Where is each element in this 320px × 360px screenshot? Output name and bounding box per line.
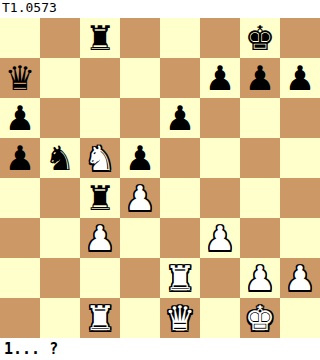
white-pawn[interactable]: ♟: [125, 178, 155, 218]
square-d8[interactable]: [120, 18, 160, 58]
square-f3[interactable]: ♟: [200, 218, 240, 258]
square-b7[interactable]: [40, 58, 80, 98]
square-g8[interactable]: ♚: [240, 18, 280, 58]
white-pawn[interactable]: ♟: [205, 218, 235, 258]
square-c5[interactable]: ♞: [80, 138, 120, 178]
square-h6[interactable]: [280, 98, 320, 138]
black-knight[interactable]: ♞: [45, 138, 75, 178]
square-g5[interactable]: [240, 138, 280, 178]
square-a5[interactable]: ♟: [0, 138, 40, 178]
black-pawn[interactable]: ♟: [245, 58, 275, 98]
square-f6[interactable]: [200, 98, 240, 138]
square-b8[interactable]: [40, 18, 80, 58]
square-f1[interactable]: [200, 298, 240, 338]
square-d3[interactable]: [120, 218, 160, 258]
square-e6[interactable]: ♟: [160, 98, 200, 138]
square-h2[interactable]: ♟: [280, 258, 320, 298]
square-a2[interactable]: [0, 258, 40, 298]
black-pawn[interactable]: ♟: [5, 98, 35, 138]
square-a4[interactable]: [0, 178, 40, 218]
square-d1[interactable]: [120, 298, 160, 338]
square-b3[interactable]: [40, 218, 80, 258]
square-h7[interactable]: ♟: [280, 58, 320, 98]
white-rook[interactable]: ♜: [85, 298, 115, 338]
square-e1[interactable]: ♛: [160, 298, 200, 338]
black-queen[interactable]: ♛: [5, 58, 35, 98]
square-a8[interactable]: [0, 18, 40, 58]
black-pawn[interactable]: ♟: [5, 138, 35, 178]
square-h3[interactable]: [280, 218, 320, 258]
square-b4[interactable]: [40, 178, 80, 218]
square-b2[interactable]: [40, 258, 80, 298]
square-e8[interactable]: [160, 18, 200, 58]
square-b5[interactable]: ♞: [40, 138, 80, 178]
square-g4[interactable]: [240, 178, 280, 218]
square-g6[interactable]: [240, 98, 280, 138]
square-d7[interactable]: [120, 58, 160, 98]
square-g3[interactable]: [240, 218, 280, 258]
square-a7[interactable]: ♛: [0, 58, 40, 98]
square-c4[interactable]: ♜: [80, 178, 120, 218]
black-pawn[interactable]: ♟: [165, 98, 195, 138]
white-king[interactable]: ♚: [245, 298, 275, 338]
square-c2[interactable]: [80, 258, 120, 298]
square-d2[interactable]: [120, 258, 160, 298]
square-e3[interactable]: [160, 218, 200, 258]
square-g1[interactable]: ♚: [240, 298, 280, 338]
square-h5[interactable]: [280, 138, 320, 178]
puzzle-id: T1.0573: [0, 0, 320, 18]
square-b1[interactable]: [40, 298, 80, 338]
black-king[interactable]: ♚: [245, 18, 275, 58]
white-pawn[interactable]: ♟: [285, 258, 315, 298]
move-prompt: 1... ?: [0, 338, 320, 360]
square-c6[interactable]: [80, 98, 120, 138]
black-pawn[interactable]: ♟: [125, 138, 155, 178]
square-f7[interactable]: ♟: [200, 58, 240, 98]
white-rook[interactable]: ♜: [165, 258, 195, 298]
square-c3[interactable]: ♟: [80, 218, 120, 258]
square-a6[interactable]: ♟: [0, 98, 40, 138]
black-pawn[interactable]: ♟: [205, 58, 235, 98]
square-f5[interactable]: [200, 138, 240, 178]
square-f4[interactable]: [200, 178, 240, 218]
square-a1[interactable]: [0, 298, 40, 338]
square-d6[interactable]: [120, 98, 160, 138]
square-c7[interactable]: [80, 58, 120, 98]
square-e2[interactable]: ♜: [160, 258, 200, 298]
square-f8[interactable]: [200, 18, 240, 58]
square-e4[interactable]: [160, 178, 200, 218]
white-pawn[interactable]: ♟: [85, 218, 115, 258]
white-queen[interactable]: ♛: [165, 298, 195, 338]
square-g2[interactable]: ♟: [240, 258, 280, 298]
square-g7[interactable]: ♟: [240, 58, 280, 98]
black-rook[interactable]: ♜: [85, 18, 115, 58]
square-h4[interactable]: [280, 178, 320, 218]
square-c1[interactable]: ♜: [80, 298, 120, 338]
square-h1[interactable]: [280, 298, 320, 338]
square-a3[interactable]: [0, 218, 40, 258]
square-b6[interactable]: [40, 98, 80, 138]
square-d5[interactable]: ♟: [120, 138, 160, 178]
white-pawn[interactable]: ♟: [245, 258, 275, 298]
square-h8[interactable]: [280, 18, 320, 58]
black-rook[interactable]: ♜: [85, 178, 115, 218]
black-pawn[interactable]: ♟: [285, 58, 315, 98]
white-knight[interactable]: ♞: [85, 138, 115, 178]
square-c8[interactable]: ♜: [80, 18, 120, 58]
square-f2[interactable]: [200, 258, 240, 298]
square-e5[interactable]: [160, 138, 200, 178]
square-e7[interactable]: [160, 58, 200, 98]
chess-board: ♜♚♛♟♟♟♟♟♟♞♞♟♜♟♟♟♜♟♟♜♛♚: [0, 18, 320, 338]
square-d4[interactable]: ♟: [120, 178, 160, 218]
